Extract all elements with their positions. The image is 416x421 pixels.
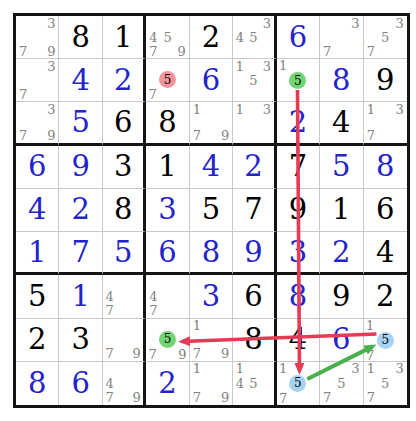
canvas: { "game": "sudoku", "position": ".81.2.6… xyxy=(0,0,416,421)
cell-r8c9[interactable]: 157 xyxy=(364,319,407,362)
given-digit: 2 xyxy=(190,16,232,58)
candidate-grid: 4579 xyxy=(146,16,188,58)
candidate-slot-8 xyxy=(247,44,260,58)
candidate-slot-8 xyxy=(289,89,306,101)
candidate-7: 7 xyxy=(190,347,204,361)
cell-r4c3[interactable]: 3 xyxy=(103,146,146,189)
solved-digit: 6 xyxy=(277,16,319,58)
given-digit: 7 xyxy=(277,146,319,188)
candidate-grid: 37 xyxy=(16,59,58,101)
cell-r3c7[interactable]: 2 xyxy=(277,102,320,145)
candidate-3: 3 xyxy=(260,59,273,73)
cell-r6c6[interactable]: 9 xyxy=(233,232,276,275)
cell-r6c5[interactable]: 8 xyxy=(190,232,233,275)
candidate-slot-8 xyxy=(289,392,306,405)
cell-r3c6[interactable]: 13 xyxy=(233,102,276,145)
given-digit: 8 xyxy=(146,102,188,142)
candidate-slot-5 xyxy=(204,376,218,390)
candidate-grid: 357 xyxy=(364,16,407,58)
candidate-slot-1 xyxy=(320,362,334,376)
cell-r2c5[interactable]: 6 xyxy=(190,59,233,102)
solved-digit: 5 xyxy=(103,232,143,272)
candidate-5: 5 xyxy=(334,376,348,390)
cell-r7c1[interactable]: 5 xyxy=(16,275,59,318)
candidate-5: 5 xyxy=(378,376,392,390)
candidate-grid: 135 xyxy=(233,59,273,101)
candidate-7: 7 xyxy=(277,392,290,405)
cell-r5c2[interactable]: 2 xyxy=(59,189,102,232)
candidate-slot-2 xyxy=(30,102,44,115)
candidate-slot-2 xyxy=(116,319,129,333)
candidate-slot-8 xyxy=(247,391,260,405)
candidate-slot-5: 5 xyxy=(289,72,306,89)
cell-r3c4[interactable]: 8 xyxy=(146,102,189,145)
solved-digit: 1 xyxy=(59,275,101,317)
candidate-slot-2 xyxy=(378,16,392,30)
candidate-slot-4 xyxy=(364,332,377,349)
candidate-1: 1 xyxy=(233,59,246,73)
candidate-9: 9 xyxy=(176,348,189,361)
candidate-7: 7 xyxy=(364,129,378,142)
candidate-slot-8 xyxy=(160,303,174,317)
candidate-9: 9 xyxy=(175,44,189,58)
solved-digit: 4 xyxy=(59,59,101,101)
cell-r6c7[interactable]: 3 xyxy=(277,232,320,275)
candidate-grid: 1357 xyxy=(364,362,407,405)
candidate-slot-4 xyxy=(146,71,159,88)
candidate-slot-8 xyxy=(116,303,129,317)
cell-r4c1[interactable]: 6 xyxy=(16,146,59,189)
given-digit: 2 xyxy=(364,275,407,317)
candidate-3: 3 xyxy=(393,102,407,115)
solved-digit: 5 xyxy=(59,102,101,142)
candidate-slot-9 xyxy=(176,88,189,101)
solved-digit: 6 xyxy=(190,59,232,101)
candidate-slot-9 xyxy=(175,303,189,317)
candidate-1: 1 xyxy=(364,102,378,115)
cell-r5c5[interactable]: 5 xyxy=(190,189,233,232)
cell-r1c7[interactable]: 6 xyxy=(277,16,320,59)
cell-r4c9[interactable]: 8 xyxy=(364,146,407,189)
cell-r2c3[interactable]: 2 xyxy=(103,59,146,102)
candidate-grid: 37 xyxy=(320,16,362,58)
candidate-slot-5 xyxy=(204,333,218,347)
candidate-slot-3 xyxy=(306,362,319,375)
solved-digit: 8 xyxy=(277,275,319,317)
cell-r1c2[interactable]: 8 xyxy=(59,16,102,59)
solved-digit: 2 xyxy=(103,59,143,101)
candidate-7: 7 xyxy=(146,303,160,317)
candidate-slot-1 xyxy=(103,319,116,333)
candidate-slot-9 xyxy=(130,303,143,317)
cell-r5c4[interactable]: 3 xyxy=(146,189,189,232)
cell-r2c8[interactable]: 8 xyxy=(320,59,363,102)
candidate-1: 1 xyxy=(190,319,204,333)
cell-r9c9[interactable]: 1357 xyxy=(364,362,407,405)
candidate-9: 9 xyxy=(44,44,58,58)
candidate-slot-1 xyxy=(103,362,116,376)
candidate-slot-2 xyxy=(289,59,306,72)
candidate-slot-1 xyxy=(16,59,30,73)
cell-r2c1[interactable]: 37 xyxy=(16,59,59,102)
cell-r8c4[interactable]: 579 xyxy=(146,319,189,362)
candidate-grid: 479 xyxy=(103,362,143,405)
candidate-1: 1 xyxy=(190,362,204,376)
candidate-7: 7 xyxy=(103,303,116,317)
cell-r8c2[interactable]: 3 xyxy=(59,319,102,362)
candidate-7: 7 xyxy=(16,87,30,101)
given-digit: 3 xyxy=(103,146,143,188)
candidate-grid: 13 xyxy=(233,102,273,142)
cell-r8c5[interactable]: 179 xyxy=(190,319,233,362)
candidate-9: 9 xyxy=(218,391,232,405)
candidate-slot-2 xyxy=(247,16,260,30)
given-digit: 4 xyxy=(364,232,407,272)
given-digit: 6 xyxy=(364,189,407,231)
candidate-slot-8 xyxy=(204,347,218,361)
candidate-9: 9 xyxy=(218,347,232,361)
candidate-slot-2 xyxy=(204,319,218,333)
given-digit: 9 xyxy=(277,189,319,231)
candidate-slot-1 xyxy=(146,16,160,30)
chain-node-circle-blue[interactable]: 5 xyxy=(289,375,306,392)
solved-digit: 9 xyxy=(233,232,273,272)
candidate-grid: 179 xyxy=(190,362,232,405)
given-digit: 2 xyxy=(16,319,58,361)
candidate-7: 7 xyxy=(103,391,116,405)
candidate-slot-6 xyxy=(218,116,232,129)
candidate-slot-6 xyxy=(175,30,189,44)
candidate-7: 7 xyxy=(364,349,377,362)
candidate-slot-8 xyxy=(378,391,392,405)
candidate-3: 3 xyxy=(260,102,273,115)
cell-r1c9[interactable]: 357 xyxy=(364,16,407,59)
candidate-slot-6 xyxy=(394,332,407,349)
candidate-slot-6 xyxy=(260,116,273,129)
candidate-grid: 79 xyxy=(103,319,143,361)
candidate-slot-2 xyxy=(159,319,176,331)
cell-r4c4[interactable]: 1 xyxy=(146,146,189,189)
solved-digit: 2 xyxy=(277,102,319,142)
cell-r6c3[interactable]: 5 xyxy=(103,232,146,275)
candidate-slot-4 xyxy=(16,73,30,87)
candidate-slot-9 xyxy=(393,129,407,142)
candidate-slot-1 xyxy=(146,319,159,331)
candidate-slot-8 xyxy=(334,44,348,58)
candidate-slot-8 xyxy=(160,44,174,58)
candidate-slot-4 xyxy=(16,30,30,44)
cell-r1c3[interactable]: 1 xyxy=(103,16,146,59)
cell-r2c4[interactable]: 57 xyxy=(146,59,189,102)
candidate-7: 7 xyxy=(103,347,116,361)
candidate-slot-6 xyxy=(218,376,232,390)
chain-node-circle-green[interactable]: 5 xyxy=(159,331,176,348)
cell-r2c9[interactable]: 9 xyxy=(364,59,407,102)
candidate-slot-2 xyxy=(247,59,260,73)
candidate-5: 5 xyxy=(247,73,260,87)
candidate-slot-6 xyxy=(44,116,58,129)
candidate-slot-8 xyxy=(377,349,394,362)
cell-r4c6[interactable]: 2 xyxy=(233,146,276,189)
candidate-slot-6 xyxy=(176,71,189,88)
candidate-slot-3 xyxy=(130,275,143,289)
solved-digit: 2 xyxy=(59,189,101,231)
solved-digit: 4 xyxy=(16,189,58,231)
candidate-slot-1 xyxy=(103,275,116,289)
cell-r9c4[interactable]: 2 xyxy=(146,362,189,405)
cell-r7c3[interactable]: 47 xyxy=(103,275,146,318)
candidate-slot-3 xyxy=(306,59,319,72)
cell-r5c1[interactable]: 4 xyxy=(16,189,59,232)
cell-r5c6[interactable]: 7 xyxy=(233,189,276,232)
cell-r9c1[interactable]: 8 xyxy=(16,362,59,405)
cell-r3c8[interactable]: 4 xyxy=(320,102,363,145)
candidate-slot-2 xyxy=(334,16,348,30)
cell-r6c9[interactable]: 4 xyxy=(364,232,407,275)
given-digit: 9 xyxy=(364,59,407,101)
candidate-7: 7 xyxy=(16,44,30,58)
candidate-5: 5 xyxy=(247,30,260,44)
cell-r9c7[interactable]: 157 xyxy=(277,362,320,405)
candidate-slot-4 xyxy=(364,376,378,390)
candidate-slot-6 xyxy=(393,376,407,390)
candidate-slot-8 xyxy=(204,129,218,142)
given-digit: 4 xyxy=(277,319,319,361)
cell-r8c1[interactable]: 2 xyxy=(16,319,59,362)
cell-r7c7[interactable]: 8 xyxy=(277,275,320,318)
chain-node-circle-green[interactable]: 5 xyxy=(289,72,306,89)
candidate-slot-4 xyxy=(277,72,290,89)
candidate-slot-2 xyxy=(159,59,176,71)
candidate-slot-1 xyxy=(364,16,378,30)
solved-digit: 8 xyxy=(364,146,407,188)
cell-r4c2[interactable]: 9 xyxy=(59,146,102,189)
candidate-slot-3 xyxy=(175,16,189,30)
candidate-slot-2 xyxy=(378,362,392,376)
candidate-slot-5 xyxy=(116,376,129,390)
cell-r9c8[interactable]: 357 xyxy=(320,362,363,405)
candidate-slot-8 xyxy=(30,129,44,142)
candidate-5: 5 xyxy=(247,376,260,390)
candidate-7: 7 xyxy=(320,391,334,405)
cell-r8c6[interactable]: 8 xyxy=(233,319,276,362)
candidate-slot-3 xyxy=(218,319,232,333)
candidate-slot-1 xyxy=(16,102,30,115)
given-digit: 3 xyxy=(59,319,101,361)
cell-r7c2[interactable]: 1 xyxy=(59,275,102,318)
cell-r6c4[interactable]: 6 xyxy=(146,232,189,275)
candidate-slot-2 xyxy=(116,275,129,289)
candidate-slot-7 xyxy=(233,87,246,101)
candidate-slot-5 xyxy=(116,289,129,303)
candidate-grid: 179 xyxy=(190,319,232,361)
cell-r2c7[interactable]: 15 xyxy=(277,59,320,102)
candidate-slot-9 xyxy=(44,87,58,101)
cell-r9c5[interactable]: 179 xyxy=(190,362,233,405)
solved-digit: 6 xyxy=(59,362,101,405)
candidate-slot-5 xyxy=(30,30,44,44)
candidate-4: 4 xyxy=(146,30,160,44)
candidate-3: 3 xyxy=(260,16,273,30)
cell-r4c7[interactable]: 7 xyxy=(277,146,320,189)
cell-r9c2[interactable]: 6 xyxy=(59,362,102,405)
candidate-slot-4 xyxy=(16,116,30,129)
candidate-slot-6 xyxy=(130,376,143,390)
cell-r4c8[interactable]: 5 xyxy=(320,146,363,189)
candidate-slot-6 xyxy=(130,333,143,347)
candidate-slot-8 xyxy=(116,347,129,361)
cell-r9c6[interactable]: 145 xyxy=(233,362,276,405)
given-digit: 8 xyxy=(233,319,273,361)
candidate-slot-4 xyxy=(190,116,204,129)
candidate-slot-4 xyxy=(233,73,246,87)
candidate-slot-5 xyxy=(30,73,44,87)
candidate-slot-2 xyxy=(289,362,306,375)
solved-digit: 8 xyxy=(190,232,232,272)
candidate-slot-3 xyxy=(175,275,189,289)
candidate-7: 7 xyxy=(16,129,30,142)
candidate-7: 7 xyxy=(364,391,378,405)
cell-r3c1[interactable]: 379 xyxy=(16,102,59,145)
candidate-slot-5 xyxy=(116,333,129,347)
candidate-4: 4 xyxy=(233,376,246,390)
candidate-slot-6 xyxy=(306,375,319,392)
candidate-3: 3 xyxy=(393,16,407,30)
candidate-slot-4 xyxy=(364,30,378,44)
candidate-slot-4 xyxy=(364,116,378,129)
candidate-3: 3 xyxy=(44,59,58,73)
cell-r9c3[interactable]: 479 xyxy=(103,362,146,405)
candidate-slot-2 xyxy=(247,362,260,376)
solved-digit: 1 xyxy=(16,232,58,272)
given-digit: 8 xyxy=(59,16,101,58)
given-digit: 8 xyxy=(103,189,143,231)
cell-r7c8[interactable]: 9 xyxy=(320,275,363,318)
cell-r5c9[interactable]: 6 xyxy=(364,189,407,232)
cell-r3c3[interactable]: 6 xyxy=(103,102,146,145)
cell-r1c1[interactable]: 379 xyxy=(16,16,59,59)
candidate-slot-3 xyxy=(218,362,232,376)
cell-r7c9[interactable]: 2 xyxy=(364,275,407,318)
given-digit: 6 xyxy=(233,275,273,317)
candidate-slot-3 xyxy=(176,319,189,331)
candidate-7: 7 xyxy=(320,44,334,58)
candidate-slot-1 xyxy=(233,16,246,30)
candidate-slot-4 xyxy=(320,30,334,44)
given-digit: 5 xyxy=(16,275,58,317)
chain-node-circle-red[interactable]: 5 xyxy=(159,71,176,88)
cell-r5c3[interactable]: 8 xyxy=(103,189,146,232)
candidate-slot-8 xyxy=(30,87,44,101)
candidate-slot-4 xyxy=(190,376,204,390)
candidate-slot-8 xyxy=(159,348,176,361)
solved-digit: 6 xyxy=(146,232,188,272)
candidate-slot-4 xyxy=(103,333,116,347)
candidate-slot-9 xyxy=(260,87,273,101)
cell-r7c6[interactable]: 6 xyxy=(233,275,276,318)
candidate-1: 1 xyxy=(277,362,290,375)
candidate-3: 3 xyxy=(44,102,58,115)
candidate-slot-8 xyxy=(159,88,176,101)
cell-r7c4[interactable]: 47 xyxy=(146,275,189,318)
candidate-9: 9 xyxy=(218,129,232,142)
chain-node-circle-blue[interactable]: 5 xyxy=(377,332,394,349)
given-digit: 7 xyxy=(233,189,273,231)
candidate-4: 4 xyxy=(103,289,116,303)
cell-r6c1[interactable]: 1 xyxy=(16,232,59,275)
candidate-slot-8 xyxy=(116,391,129,405)
given-digit: 9 xyxy=(320,275,362,317)
candidate-slot-9 xyxy=(306,89,319,101)
candidate-grid: 137 xyxy=(364,102,407,142)
candidate-slot-4 xyxy=(190,333,204,347)
given-digit: 1 xyxy=(103,16,143,58)
solved-digit: 4 xyxy=(190,146,232,188)
given-digit: 1 xyxy=(320,189,362,231)
candidate-9: 9 xyxy=(44,129,58,142)
candidate-7: 7 xyxy=(146,44,160,58)
cell-r3c5[interactable]: 179 xyxy=(190,102,233,145)
solved-digit: 2 xyxy=(320,232,362,272)
candidate-slot-4 xyxy=(146,331,159,348)
candidate-grid: 157 xyxy=(364,319,407,361)
candidate-slot-3 xyxy=(130,362,143,376)
cell-r3c2[interactable]: 5 xyxy=(59,102,102,145)
candidate-7: 7 xyxy=(190,129,204,142)
candidate-grid: 579 xyxy=(146,319,188,361)
candidate-slot-3 xyxy=(176,59,189,71)
candidate-slot-2 xyxy=(204,102,218,115)
cell-r8c8[interactable]: 6 xyxy=(320,319,363,362)
cell-r8c3[interactable]: 79 xyxy=(103,319,146,362)
cell-r3c9[interactable]: 137 xyxy=(364,102,407,145)
solved-digit: 8 xyxy=(16,362,58,405)
solved-digit: 3 xyxy=(277,232,319,272)
candidate-slot-5: 5 xyxy=(159,71,176,88)
candidate-slot-6 xyxy=(176,331,189,348)
cell-r1c4[interactable]: 4579 xyxy=(146,16,189,59)
candidate-grid: 179 xyxy=(190,102,232,142)
candidate-slot-9 xyxy=(260,391,273,405)
cell-r8c7[interactable]: 4 xyxy=(277,319,320,362)
cell-r2c2[interactable]: 4 xyxy=(59,59,102,102)
cell-r6c8[interactable]: 2 xyxy=(320,232,363,275)
cell-r1c8[interactable]: 37 xyxy=(320,16,363,59)
cell-r2c6[interactable]: 135 xyxy=(233,59,276,102)
candidate-slot-6 xyxy=(306,72,319,89)
candidate-grid: 357 xyxy=(320,362,362,405)
candidate-slot-5 xyxy=(160,289,174,303)
cell-r1c5[interactable]: 2 xyxy=(190,16,233,59)
cell-r5c7[interactable]: 9 xyxy=(277,189,320,232)
candidate-slot-9 xyxy=(393,391,407,405)
candidate-slot-2 xyxy=(30,59,44,73)
candidate-slot-6 xyxy=(44,73,58,87)
solved-digit: 3 xyxy=(190,275,232,317)
cell-r1c6[interactable]: 345 xyxy=(233,16,276,59)
candidate-slot-3 xyxy=(130,319,143,333)
candidate-slot-1 xyxy=(146,59,159,71)
cell-r6c2[interactable]: 7 xyxy=(59,232,102,275)
cell-r7c5[interactable]: 3 xyxy=(190,275,233,318)
candidate-grid: 57 xyxy=(146,59,188,101)
candidate-slot-9 xyxy=(306,392,319,405)
candidate-slot-6 xyxy=(260,376,273,390)
cell-r4c5[interactable]: 4 xyxy=(190,146,233,189)
candidate-slot-7 xyxy=(233,129,246,142)
candidate-grid: 15 xyxy=(277,59,319,101)
cell-r5c8[interactable]: 1 xyxy=(320,189,363,232)
